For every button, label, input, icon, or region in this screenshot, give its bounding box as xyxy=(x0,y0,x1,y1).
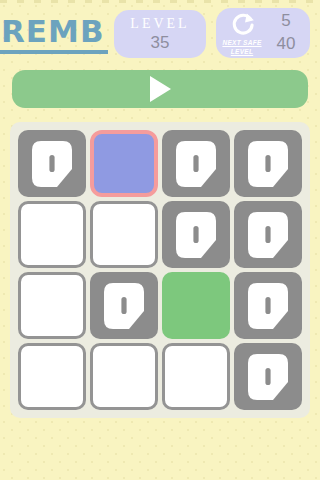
next-safe-label: NEXT SAFE LEVEL xyxy=(222,39,261,55)
next-safe-level-badge: NEXT SAFE LEVEL 5 40 xyxy=(216,8,310,58)
tile-r1c4-switch[interactable] xyxy=(234,130,302,197)
next-safe-level-value: 40 xyxy=(277,33,296,56)
tile-r4c1-white[interactable] xyxy=(18,343,86,410)
tile-r4c3-white[interactable] xyxy=(162,343,230,410)
top-dashed-texture xyxy=(0,0,320,3)
tile-r4c4-switch[interactable] xyxy=(234,343,302,410)
tile-r3c4-switch[interactable] xyxy=(234,272,302,339)
play-button[interactable] xyxy=(12,70,308,108)
switch-icon xyxy=(248,354,288,400)
switch-icon xyxy=(176,212,216,258)
level-label: LEVEL xyxy=(114,16,206,32)
switch-icon xyxy=(248,283,288,329)
tile-r3c1-white[interactable] xyxy=(18,272,86,339)
switch-icon xyxy=(248,212,288,258)
switch-icon xyxy=(104,283,144,329)
tile-r2c1-white[interactable] xyxy=(18,201,86,268)
safe-count-value: 5 xyxy=(281,10,290,33)
app-screen: { "game": "REMB memory tile puzzle (4x4 … xyxy=(0,0,320,480)
level-badge: LEVEL 35 xyxy=(114,10,206,58)
tile-r1c2-blue[interactable] xyxy=(90,130,158,197)
tile-r1c3-switch[interactable] xyxy=(162,130,230,197)
play-icon xyxy=(149,76,171,102)
switch-icon xyxy=(176,141,216,187)
tile-r2c2-white[interactable] xyxy=(90,201,158,268)
switch-icon xyxy=(248,141,288,187)
tile-r1c1-switch[interactable] xyxy=(18,130,86,197)
level-value: 35 xyxy=(114,33,206,53)
tile-r2c4-switch[interactable] xyxy=(234,201,302,268)
tile-r3c2-switch[interactable] xyxy=(90,272,158,339)
board xyxy=(10,122,310,418)
tile-r4c2-white[interactable] xyxy=(90,343,158,410)
tile-r2c3-switch[interactable] xyxy=(162,201,230,268)
tile-r3c3-green[interactable] xyxy=(162,272,230,339)
app-logo: REMB xyxy=(0,16,108,54)
switch-icon xyxy=(32,141,72,187)
reset-icon[interactable] xyxy=(230,12,255,37)
